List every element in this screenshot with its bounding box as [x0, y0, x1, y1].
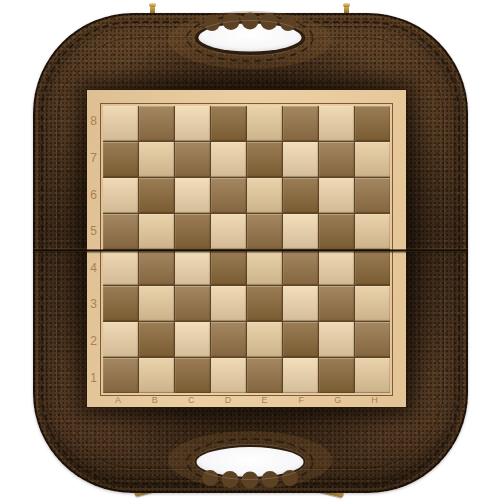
square-d8[interactable]: [211, 106, 246, 141]
square-g4[interactable]: [319, 250, 354, 285]
square-d6[interactable]: [211, 178, 246, 213]
square-c8[interactable]: [175, 106, 210, 141]
file-label-c: C: [173, 395, 210, 406]
rank-label-2: 2: [87, 323, 100, 360]
square-f8[interactable]: [283, 106, 318, 141]
square-a3[interactable]: [103, 286, 138, 321]
square-e8[interactable]: [247, 106, 282, 141]
square-b2[interactable]: [139, 322, 174, 357]
square-b7[interactable]: [139, 142, 174, 177]
square-e6[interactable]: [247, 178, 282, 213]
square-g3[interactable]: [319, 286, 354, 321]
square-g8[interactable]: [319, 106, 354, 141]
file-label-d: D: [210, 395, 247, 406]
square-f1[interactable]: [283, 358, 318, 393]
square-b1[interactable]: [139, 358, 174, 393]
square-b6[interactable]: [139, 178, 174, 213]
square-c1[interactable]: [175, 358, 210, 393]
square-h6[interactable]: [355, 178, 390, 213]
square-a2[interactable]: [103, 322, 138, 357]
square-d2[interactable]: [211, 322, 246, 357]
rank-label-6: 6: [87, 176, 100, 213]
square-e3[interactable]: [247, 286, 282, 321]
square-d1[interactable]: [211, 358, 246, 393]
rank-label-8: 8: [87, 103, 100, 140]
square-h7[interactable]: [355, 142, 390, 177]
bottom-handle[interactable]: [165, 428, 335, 498]
file-label-g: G: [320, 395, 357, 406]
square-g1[interactable]: [319, 358, 354, 393]
square-c5[interactable]: [175, 214, 210, 249]
square-e1[interactable]: [247, 358, 282, 393]
file-label-h: H: [356, 395, 393, 406]
square-h5[interactable]: [355, 214, 390, 249]
square-e2[interactable]: [247, 322, 282, 357]
rank-label-5: 5: [87, 213, 100, 250]
rank-label-3: 3: [87, 286, 100, 323]
square-a8[interactable]: [103, 106, 138, 141]
file-label-e: E: [247, 395, 284, 406]
square-d4[interactable]: [211, 250, 246, 285]
square-f3[interactable]: [283, 286, 318, 321]
square-c6[interactable]: [175, 178, 210, 213]
square-a4[interactable]: [103, 250, 138, 285]
square-a5[interactable]: [103, 214, 138, 249]
square-f5[interactable]: [283, 214, 318, 249]
square-h2[interactable]: [355, 322, 390, 357]
top-handle[interactable]: [165, 2, 335, 72]
file-label-b: B: [137, 395, 174, 406]
file-label-f: F: [283, 395, 320, 406]
square-c3[interactable]: [175, 286, 210, 321]
fold-seam: [33, 249, 468, 252]
square-a7[interactable]: [103, 142, 138, 177]
rank-label-1: 1: [87, 359, 100, 396]
square-d3[interactable]: [211, 286, 246, 321]
square-g6[interactable]: [319, 178, 354, 213]
square-a6[interactable]: [103, 178, 138, 213]
square-c4[interactable]: [175, 250, 210, 285]
square-e7[interactable]: [247, 142, 282, 177]
file-labels: ABCDEFGH: [100, 395, 393, 406]
square-b5[interactable]: [139, 214, 174, 249]
square-a1[interactable]: [103, 358, 138, 393]
square-g7[interactable]: [319, 142, 354, 177]
square-f7[interactable]: [283, 142, 318, 177]
square-e5[interactable]: [247, 214, 282, 249]
square-b4[interactable]: [139, 250, 174, 285]
square-h8[interactable]: [355, 106, 390, 141]
square-c7[interactable]: [175, 142, 210, 177]
square-h3[interactable]: [355, 286, 390, 321]
square-f6[interactable]: [283, 178, 318, 213]
rank-label-4: 4: [87, 250, 100, 287]
square-g5[interactable]: [319, 214, 354, 249]
square-h4[interactable]: [355, 250, 390, 285]
square-f4[interactable]: [283, 250, 318, 285]
square-h1[interactable]: [355, 358, 390, 393]
square-c2[interactable]: [175, 322, 210, 357]
square-d5[interactable]: [211, 214, 246, 249]
square-b3[interactable]: [139, 286, 174, 321]
square-d7[interactable]: [211, 142, 246, 177]
file-label-a: A: [100, 395, 137, 406]
square-g2[interactable]: [319, 322, 354, 357]
square-f2[interactable]: [283, 322, 318, 357]
square-b8[interactable]: [139, 106, 174, 141]
square-e4[interactable]: [247, 250, 282, 285]
rank-label-7: 7: [87, 140, 100, 177]
